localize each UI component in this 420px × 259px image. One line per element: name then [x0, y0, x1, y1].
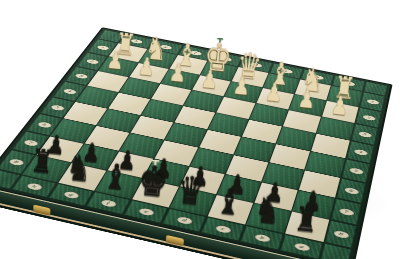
- coordinate-label: f: [100, 199, 117, 208]
- square-c5[interactable]: [234, 137, 275, 162]
- piece-white-pawn[interactable]: ♟: [106, 48, 125, 74]
- coordinate-label: b: [254, 233, 271, 242]
- coordinate-label: 8: [8, 158, 25, 166]
- coordinate-label: c: [215, 224, 232, 233]
- piece-black-bishop[interactable]: ♝: [215, 183, 243, 220]
- coordinate-label: 5: [50, 104, 65, 111]
- piece-white-pawn[interactable]: ♟: [137, 54, 156, 80]
- piece-white-pawn[interactable]: ♟: [168, 61, 187, 87]
- coordinate-label: d: [176, 216, 193, 225]
- piece-white-pawn[interactable]: ♟: [330, 93, 350, 120]
- coordinate-label: 3: [74, 73, 88, 79]
- coordinate-cell-8-right: 8: [325, 220, 357, 248]
- piece-white-pawn[interactable]: ♟: [232, 73, 252, 99]
- coordinate-label: 6: [37, 121, 53, 128]
- coordinate-label: 6: [344, 186, 359, 194]
- coordinate-label: 2: [362, 114, 375, 121]
- piece-black-bishop[interactable]: ♝: [102, 159, 129, 195]
- coordinate-label: 8: [333, 229, 349, 238]
- coordinate-label: e: [138, 207, 155, 216]
- coordinate-cell-4-right: 4: [346, 141, 374, 164]
- brass-hinge: [166, 235, 184, 246]
- piece-black-queen[interactable]: ♛: [175, 171, 206, 212]
- king-cross-finial: ✚: [216, 34, 224, 46]
- piece-white-pawn[interactable]: ♟: [264, 80, 284, 106]
- king-cross-finial: ✚: [150, 154, 160, 168]
- chess-set-photo: hgfedcba1♜♞♝♚✚♛♝♞♜12♟♟♟♟♟♟♟♟2334455667♟♟…: [0, 0, 420, 259]
- coordinate-label: a: [293, 242, 310, 252]
- piece-black-rook[interactable]: ♜: [29, 144, 55, 179]
- square-a4[interactable]: [311, 134, 350, 158]
- piece-black-knight[interactable]: ♞: [65, 149, 93, 187]
- piece-white-pawn[interactable]: ♟: [297, 86, 317, 113]
- coordinate-label: 1: [366, 98, 379, 104]
- piece-black-rook[interactable]: ♜: [293, 202, 320, 238]
- coordinate-label: h: [26, 182, 43, 191]
- piece-black-knight[interactable]: ♞: [253, 190, 282, 229]
- coordinate-label: g: [62, 190, 79, 199]
- brass-hinge: [33, 204, 50, 215]
- piece-white-pawn[interactable]: ♟: [200, 67, 220, 93]
- coordinate-label: 5: [349, 167, 364, 175]
- coordinate-label: 3: [358, 131, 372, 138]
- coordinate-label: 4: [62, 88, 77, 95]
- piece-black-king[interactable]: ♚✚: [136, 158, 170, 203]
- coordinate-label: 4: [353, 148, 367, 155]
- coordinate-label: 7: [339, 207, 354, 216]
- coordinate-label: 2: [85, 58, 99, 64]
